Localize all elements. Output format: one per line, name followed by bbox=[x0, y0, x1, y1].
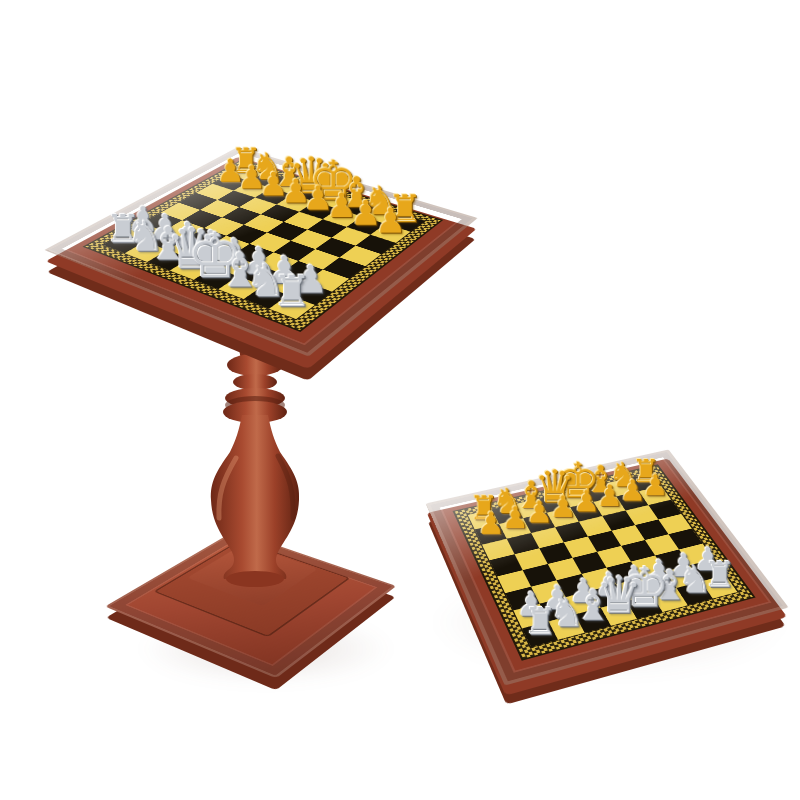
product-photo: ♜♞♝♛♚♝♞♜♟♟♟♟♟♟♟♟♟♟♟♟♟♟♟♟♜♞♝♛♚♝♞♜ ♜♞♝♛♚♝♞… bbox=[0, 0, 800, 800]
piece-gold-pawn: ♟ bbox=[596, 481, 623, 511]
piece-gold-pawn: ♟ bbox=[619, 476, 645, 506]
piece-gold-pawn: ♟ bbox=[526, 497, 553, 527]
piece-gold-pawn: ♟ bbox=[375, 203, 406, 238]
spare-chess-board: ♜♞♝♛♚♝♞♜♟♟♟♟♟♟♟♟♟♟♟♟♟♟♟♟♜♞♝♛♚♝♞♜ bbox=[457, 413, 737, 693]
piece-silver-rook: ♜ bbox=[272, 270, 311, 313]
square-e5 bbox=[588, 531, 621, 552]
chess-table-top: ♜♞♝♛♚♝♞♜♟♟♟♟♟♟♟♟♟♟♟♟♟♟♟♟♜♞♝♛♚♝♞♜ bbox=[112, 79, 422, 389]
piece-gold-pawn: ♟ bbox=[550, 492, 577, 522]
piece-silver-rook: ♜ bbox=[523, 602, 557, 639]
pedestal-stem bbox=[211, 415, 299, 579]
pedestal-foot bbox=[226, 571, 284, 587]
piece-gold-pawn: ♟ bbox=[502, 503, 529, 533]
chess-board: ♜♞♝♛♚♝♞♜♟♟♟♟♟♟♟♟♟♟♟♟♟♟♟♟♜♞♝♛♚♝♞♜ bbox=[426, 450, 789, 686]
piece-gold-pawn: ♟ bbox=[477, 508, 504, 539]
piece-gold-pawn: ♟ bbox=[573, 486, 600, 516]
chess-board: ♜♞♝♛♚♝♞♜♟♟♟♟♟♟♟♟♟♟♟♟♟♟♟♟♜♞♝♛♚♝♞♜ bbox=[44, 147, 477, 357]
